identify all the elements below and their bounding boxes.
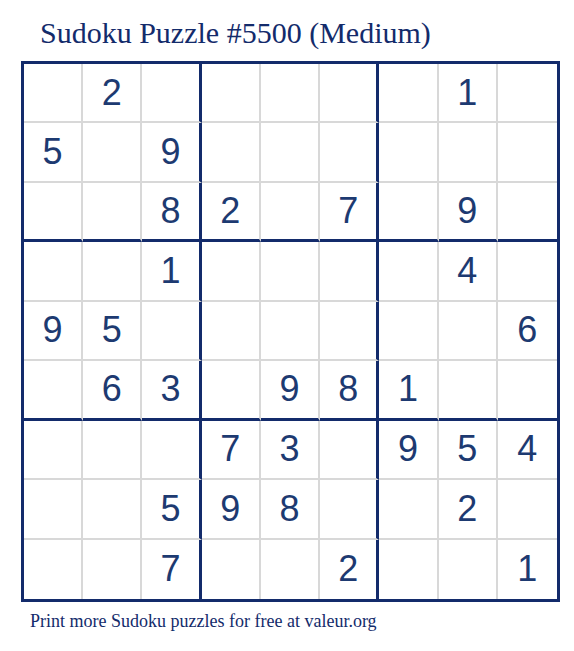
cell-r8c6[interactable] — [320, 480, 379, 539]
cell-r1c5[interactable] — [261, 64, 320, 123]
cell-r3c7[interactable] — [379, 183, 438, 242]
sudoku-board: 215982791495663981739545982721 — [21, 61, 560, 602]
cell-r2c8[interactable] — [439, 123, 498, 182]
cell-r5c2: 5 — [83, 302, 142, 361]
cell-r3c8: 9 — [439, 183, 498, 242]
cell-r1c1[interactable] — [24, 64, 83, 123]
cell-r5c5[interactable] — [261, 302, 320, 361]
cell-r4c9[interactable] — [498, 242, 557, 301]
cell-r7c2[interactable] — [83, 421, 142, 480]
cell-r7c3[interactable] — [142, 421, 201, 480]
cell-r4c7[interactable] — [379, 242, 438, 301]
cell-r4c4[interactable] — [202, 242, 261, 301]
cell-r4c1[interactable] — [24, 242, 83, 301]
cell-r5c1: 9 — [24, 302, 83, 361]
cell-r1c7[interactable] — [379, 64, 438, 123]
cell-r8c7[interactable] — [379, 480, 438, 539]
cell-r1c9[interactable] — [498, 64, 557, 123]
cell-r3c1[interactable] — [24, 183, 83, 242]
cell-r4c3: 1 — [142, 242, 201, 301]
cell-r8c2[interactable] — [83, 480, 142, 539]
cell-r7c6[interactable] — [320, 421, 379, 480]
cell-r1c6[interactable] — [320, 64, 379, 123]
cell-r2c6[interactable] — [320, 123, 379, 182]
cell-r6c3: 3 — [142, 361, 201, 420]
cell-r6c6: 8 — [320, 361, 379, 420]
cell-r9c4[interactable] — [202, 540, 261, 599]
cell-r7c5: 3 — [261, 421, 320, 480]
cell-r1c4[interactable] — [202, 64, 261, 123]
cell-r2c1: 5 — [24, 123, 83, 182]
cell-r7c9: 4 — [498, 421, 557, 480]
cell-r9c6: 2 — [320, 540, 379, 599]
cell-r9c8[interactable] — [439, 540, 498, 599]
cell-r2c7[interactable] — [379, 123, 438, 182]
cell-r3c5[interactable] — [261, 183, 320, 242]
cell-r4c2[interactable] — [83, 242, 142, 301]
cell-r4c6[interactable] — [320, 242, 379, 301]
cell-r1c3[interactable] — [142, 64, 201, 123]
cell-r9c1[interactable] — [24, 540, 83, 599]
cell-r9c2[interactable] — [83, 540, 142, 599]
cell-r7c1[interactable] — [24, 421, 83, 480]
cell-r6c4[interactable] — [202, 361, 261, 420]
cell-r6c5: 9 — [261, 361, 320, 420]
cell-r3c4: 2 — [202, 183, 261, 242]
cell-r7c8: 5 — [439, 421, 498, 480]
cell-r4c5[interactable] — [261, 242, 320, 301]
cell-r3c9[interactable] — [498, 183, 557, 242]
footer-text: Print more Sudoku puzzles for free at va… — [30, 611, 377, 632]
cell-r8c3: 5 — [142, 480, 201, 539]
cell-r5c3[interactable] — [142, 302, 201, 361]
cell-r2c3: 9 — [142, 123, 201, 182]
cell-r7c7: 9 — [379, 421, 438, 480]
cell-r3c6: 7 — [320, 183, 379, 242]
cell-r6c7: 1 — [379, 361, 438, 420]
cell-r5c9: 6 — [498, 302, 557, 361]
cell-r2c2[interactable] — [83, 123, 142, 182]
cell-r2c9[interactable] — [498, 123, 557, 182]
cell-r6c8[interactable] — [439, 361, 498, 420]
cell-r1c8: 1 — [439, 64, 498, 123]
cell-r9c7[interactable] — [379, 540, 438, 599]
cell-r7c4: 7 — [202, 421, 261, 480]
cell-r8c4: 9 — [202, 480, 261, 539]
cell-r8c9[interactable] — [498, 480, 557, 539]
cell-r2c5[interactable] — [261, 123, 320, 182]
cell-r4c8: 4 — [439, 242, 498, 301]
cell-r8c8: 2 — [439, 480, 498, 539]
cell-r9c9: 1 — [498, 540, 557, 599]
cell-r3c3: 8 — [142, 183, 201, 242]
cell-r8c1[interactable] — [24, 480, 83, 539]
page-title: Sudoku Puzzle #5500 (Medium) — [40, 14, 431, 52]
cell-r8c5: 8 — [261, 480, 320, 539]
cell-r1c2: 2 — [83, 64, 142, 123]
cell-r5c4[interactable] — [202, 302, 261, 361]
cell-r6c9[interactable] — [498, 361, 557, 420]
cell-r9c5[interactable] — [261, 540, 320, 599]
cell-r5c6[interactable] — [320, 302, 379, 361]
cell-r3c2[interactable] — [83, 183, 142, 242]
cell-r6c1[interactable] — [24, 361, 83, 420]
cell-r2c4[interactable] — [202, 123, 261, 182]
cell-r5c8[interactable] — [439, 302, 498, 361]
cell-r9c3: 7 — [142, 540, 201, 599]
cell-r5c7[interactable] — [379, 302, 438, 361]
cell-r6c2: 6 — [83, 361, 142, 420]
